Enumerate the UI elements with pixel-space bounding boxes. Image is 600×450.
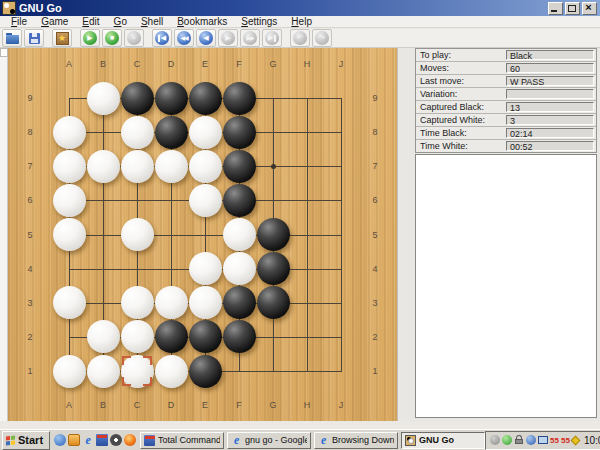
left-label-2: 2	[22, 332, 38, 342]
right-label-5: 5	[367, 230, 383, 240]
taskbar: Start e Total Commander 6.53...egnu go -…	[0, 429, 600, 450]
tray-temp-monitor-2-icon[interactable]: 55	[561, 435, 570, 445]
windows-flag-icon	[6, 435, 15, 445]
stone-black-G3	[257, 286, 290, 319]
right-label-6: 6	[367, 195, 383, 205]
left-edge-box	[0, 48, 8, 57]
window-bottom-edge	[0, 421, 600, 429]
quicklaunch-cd-player-icon[interactable]	[110, 434, 122, 446]
task-total-commander-6-53[interactable]: Total Commander 6.53...	[140, 432, 224, 449]
open-folder-icon	[6, 35, 19, 44]
grid-vline-H	[307, 98, 308, 372]
back-icon: ◀	[199, 31, 213, 45]
play-icon: ▶	[83, 31, 97, 45]
quicklaunch-media-player-icon[interactable]	[54, 434, 66, 446]
menu-settings[interactable]: Settings	[234, 16, 284, 28]
stone-white-E6	[189, 184, 222, 217]
status-row-time-white: Time White:00:52	[416, 140, 596, 152]
stone-black-F6	[223, 184, 256, 217]
menu-game[interactable]: Game	[34, 16, 75, 28]
app-icon	[2, 1, 16, 15]
status-value-time-black: 02:14	[506, 128, 594, 138]
last-icon: ▶	[265, 31, 279, 45]
task-gnu-go[interactable]: GNU Go	[401, 432, 485, 449]
status-row-variation: Variation:	[416, 88, 596, 101]
stone-white-A1	[53, 355, 86, 388]
status-row-moves: Moves:60	[416, 62, 596, 75]
status-row-captured-white: Captured White:3	[416, 114, 596, 127]
right-label-3: 3	[367, 298, 383, 308]
task-label: gnu go - Google-Suche..	[245, 435, 307, 445]
stone-black-E9	[189, 82, 222, 115]
menu-go[interactable]: Go	[107, 16, 134, 28]
toolbar-go-to-last-move-button: ▶	[262, 29, 282, 47]
undo-icon: ↶	[293, 31, 307, 45]
task-browsing-download-se[interactable]: eBrowsing Download Se...	[314, 432, 398, 449]
restore-button[interactable]	[565, 2, 580, 15]
bottom-label-D: D	[161, 400, 181, 410]
tray-green-status-icon[interactable]	[502, 435, 512, 445]
stone-black-F7	[223, 150, 256, 183]
status-label-variation: Variation:	[416, 89, 506, 99]
status-label-captured-black: Captured Black:	[416, 102, 506, 112]
grid-vline-J	[341, 98, 342, 372]
start-label: Start	[18, 434, 43, 446]
right-label-8: 8	[367, 127, 383, 137]
tray-temp-monitor-1-icon[interactable]: 55	[550, 435, 559, 445]
right-label-2: 2	[367, 332, 383, 342]
stone-white-F5	[223, 218, 256, 251]
taskbar-clock: 10:09	[584, 435, 600, 446]
bottom-label-A: A	[59, 400, 79, 410]
tray-icons: 5555	[490, 435, 579, 445]
stone-white-E4	[189, 252, 222, 285]
toolbar-play-button[interactable]: ▶	[80, 29, 100, 47]
top-label-J: J	[331, 59, 351, 69]
status-label-last-move: Last move:	[416, 76, 506, 86]
fwd2-icon: ▶▶	[243, 31, 257, 45]
quicklaunch-total-commander-icon[interactable]	[96, 434, 108, 446]
stone-white-D1	[155, 355, 188, 388]
status-value-to-play: Black	[506, 50, 594, 60]
left-label-6: 6	[22, 195, 38, 205]
quicklaunch-orange-app-icon[interactable]	[68, 434, 80, 446]
stone-black-F8	[223, 116, 256, 149]
first-icon: ◀	[155, 31, 169, 45]
status-row-captured-black: Captured Black:13	[416, 101, 596, 114]
stone-white-E3	[189, 286, 222, 319]
stone-white-B9	[87, 82, 120, 115]
toolbar-stop-button[interactable]: ■	[102, 29, 122, 47]
stone-black-D2	[155, 320, 188, 353]
stone-white-A5	[53, 218, 86, 251]
top-label-D: D	[161, 59, 181, 69]
right-label-7: 7	[367, 161, 383, 171]
toolbar-forward-several-moves-button: ▶▶	[240, 29, 260, 47]
tray-display-icon[interactable]	[538, 436, 548, 444]
top-label-G: G	[263, 59, 283, 69]
status-label-to-play: To play:	[416, 50, 506, 60]
bottom-label-H: H	[297, 400, 317, 410]
stone-black-E1	[189, 355, 222, 388]
stone-black-G4	[257, 252, 290, 285]
stone-black-C9	[121, 82, 154, 115]
stone-black-F2	[223, 320, 256, 353]
go-board[interactable]: AABBCCDDEEFFGGHHJJ998877665544332211	[8, 48, 397, 421]
stop-icon: ■	[105, 31, 119, 45]
gnu-go-icon	[405, 435, 416, 446]
panel-splitter[interactable]	[397, 48, 412, 421]
status-row-to-play: To play:Black	[416, 49, 596, 62]
toolbar-previous-variation-button: ↶	[290, 29, 310, 47]
redo-icon: ↷	[315, 31, 329, 45]
system-tray: 5555 10:09	[485, 431, 600, 450]
task-label: Browsing Download Se...	[332, 435, 394, 445]
stone-white-F4	[223, 252, 256, 285]
top-label-H: H	[297, 59, 317, 69]
last-move-marker	[122, 356, 152, 386]
status-row-time-black: Time Black:02:14	[416, 127, 596, 140]
top-label-E: E	[195, 59, 215, 69]
stone-white-C3	[121, 286, 154, 319]
stone-white-B2	[87, 320, 120, 353]
right-label-4: 4	[367, 264, 383, 274]
stone-white-B1	[87, 355, 120, 388]
bottom-label-F: F	[229, 400, 249, 410]
toolbar-open-file-button[interactable]	[2, 29, 22, 47]
menu-shell[interactable]: Shell	[134, 16, 170, 28]
toolbar-cancel-button: ×	[124, 29, 144, 47]
menu-bookmarks[interactable]: Bookmarks	[170, 16, 234, 28]
left-label-1: 1	[22, 366, 38, 376]
bottom-label-C: C	[127, 400, 147, 410]
start-button[interactable]: Start	[2, 431, 50, 450]
top-label-B: B	[93, 59, 113, 69]
stone-black-D8	[155, 116, 188, 149]
status-label-time-white: Time White:	[416, 141, 506, 151]
quick-launch-bar: e	[54, 434, 136, 446]
bottom-label-E: E	[195, 400, 215, 410]
task-gnu-go-google-suche[interactable]: egnu go - Google-Suche..	[227, 432, 311, 449]
save-floppy-icon	[29, 33, 40, 44]
toolbar-forward-one-move-button: ▶	[218, 29, 238, 47]
stone-white-A7	[53, 150, 86, 183]
fwd-icon: ▶	[221, 31, 235, 45]
hoshi-G7	[271, 164, 276, 169]
stone-white-C2	[121, 320, 154, 353]
task-buttons: Total Commander 6.53...egnu go - Google-…	[140, 432, 485, 449]
task-label: GNU Go	[419, 435, 454, 445]
stone-white-C8	[121, 116, 154, 149]
quicklaunch-firefox-icon[interactable]	[124, 434, 136, 446]
window-controls	[548, 2, 600, 15]
left-label-8: 8	[22, 127, 38, 137]
window-title: GNU Go	[19, 0, 62, 16]
comment-box[interactable]	[415, 154, 597, 418]
stone-white-A3	[53, 286, 86, 319]
stone-white-D7	[155, 150, 188, 183]
toolbar-back-one-move-button[interactable]: ◀	[196, 29, 216, 47]
status-value-captured-black: 13	[506, 102, 594, 112]
menu-file[interactable]: File	[4, 16, 34, 28]
menu-bar: FileGameEditGoShellBookmarksSettingsHelp	[0, 16, 600, 28]
stone-black-G5	[257, 218, 290, 251]
status-value-time-white: 00:52	[506, 141, 594, 151]
total-commander-icon	[144, 435, 155, 446]
stone-white-B7	[87, 150, 120, 183]
stone-black-D9	[155, 82, 188, 115]
stone-white-A8	[53, 116, 86, 149]
stone-black-F3	[223, 286, 256, 319]
stone-white-E7	[189, 150, 222, 183]
menu-help[interactable]: Help	[284, 16, 319, 28]
stone-white-C7	[121, 150, 154, 183]
left-label-9: 9	[22, 93, 38, 103]
tray-lock-icon[interactable]	[514, 435, 524, 445]
stone-white-C5	[121, 218, 154, 251]
star-icon: ★	[56, 32, 69, 45]
task-label: Total Commander 6.53...	[158, 435, 220, 445]
x-icon: ×	[127, 31, 141, 45]
top-label-A: A	[59, 59, 79, 69]
minimize-button[interactable]	[548, 2, 563, 15]
quicklaunch-internet-explorer-icon[interactable]: e	[82, 434, 94, 446]
stone-white-D3	[155, 286, 188, 319]
right-label-1: 1	[367, 366, 383, 376]
status-value-moves: 60	[506, 63, 594, 73]
left-label-7: 7	[22, 161, 38, 171]
status-value-variation	[506, 89, 594, 99]
internet-explorer-icon: e	[318, 435, 329, 446]
screen: GNU Go FileGameEditGoShellBookmarksSetti…	[0, 0, 600, 450]
toolbar-back-several-moves-button[interactable]: ◀◀	[174, 29, 194, 47]
status-value-captured-white: 3	[506, 115, 594, 125]
top-label-C: C	[127, 59, 147, 69]
bottom-label-B: B	[93, 400, 113, 410]
back2-icon: ◀◀	[177, 31, 191, 45]
tray-yellow-alert-icon[interactable]	[570, 435, 580, 445]
bottom-label-J: J	[331, 400, 351, 410]
status-table: To play:BlackMoves:60Last move:W PASSVar…	[415, 48, 597, 153]
left-label-4: 4	[22, 264, 38, 274]
internet-explorer-icon: e	[231, 435, 242, 446]
toolbar-next-variation-button: ↷	[312, 29, 332, 47]
stone-black-E2	[189, 320, 222, 353]
title-bar: GNU Go	[0, 0, 600, 16]
bottom-label-G: G	[263, 400, 283, 410]
stone-black-F9	[223, 82, 256, 115]
status-label-moves: Moves:	[416, 63, 506, 73]
tray-volume-icon[interactable]	[490, 435, 500, 445]
game-info-panel: To play:BlackMoves:60Last move:W PASSVar…	[412, 48, 600, 421]
stone-white-A6	[53, 184, 86, 217]
close-button[interactable]	[582, 2, 597, 15]
stone-white-E8	[189, 116, 222, 149]
toolbar-go-to-first-move-button[interactable]: ◀	[152, 29, 172, 47]
toolbar-new-game-button[interactable]: ★	[52, 29, 72, 47]
left-label-5: 5	[22, 230, 38, 240]
toolbar: ★▶■×◀◀◀◀▶▶▶▶↶↷	[0, 29, 600, 48]
status-label-time-black: Time Black:	[416, 128, 506, 138]
left-label-3: 3	[22, 298, 38, 308]
toolbar-save-game-button[interactable]	[24, 29, 44, 47]
tray-blue-status-icon[interactable]	[526, 435, 536, 445]
status-value-last-move: W PASS	[506, 76, 594, 86]
menu-edit[interactable]: Edit	[75, 16, 106, 28]
right-label-9: 9	[367, 93, 383, 103]
status-label-captured-white: Captured White:	[416, 115, 506, 125]
status-row-last-move: Last move:W PASS	[416, 75, 596, 88]
left-edge-strip	[0, 48, 8, 421]
top-label-F: F	[229, 59, 249, 69]
